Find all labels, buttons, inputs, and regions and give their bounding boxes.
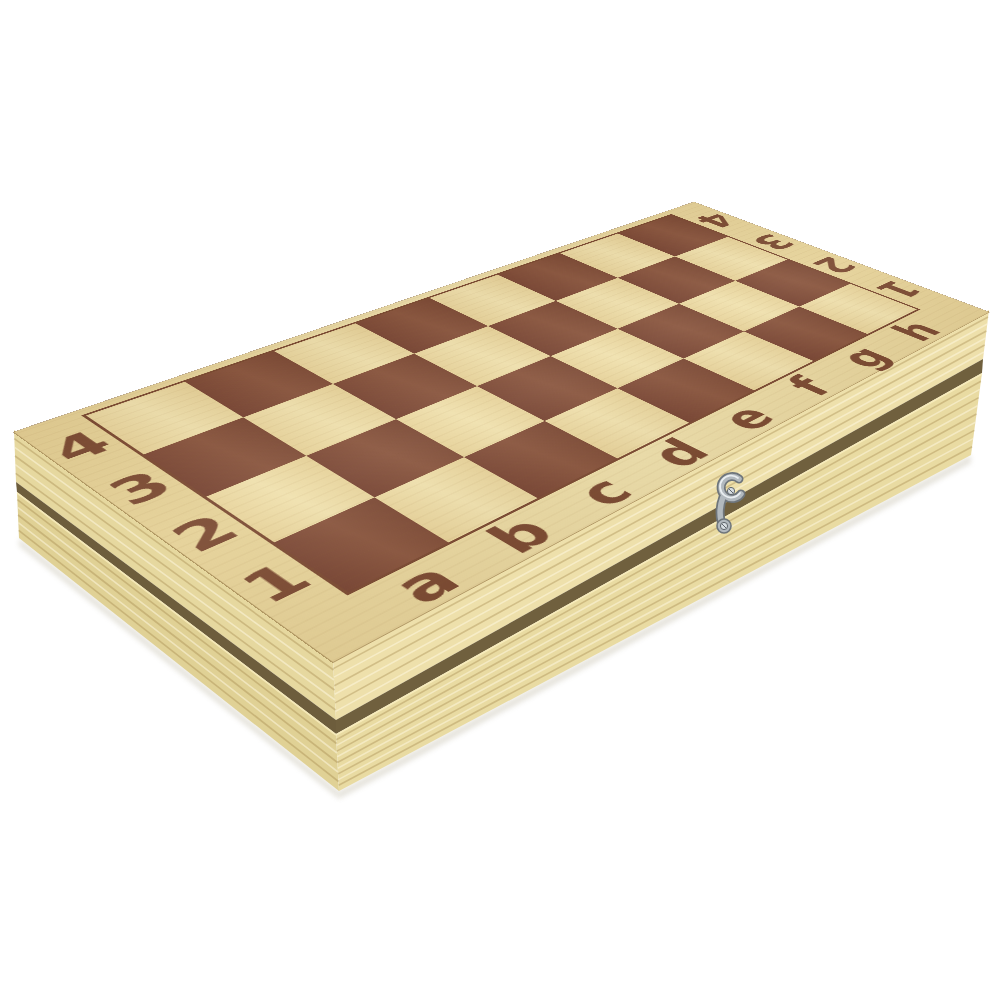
product-photo-stage: 4321 4321 abcdefgh xyxy=(0,0,1000,1000)
clasp-stem xyxy=(720,497,723,521)
